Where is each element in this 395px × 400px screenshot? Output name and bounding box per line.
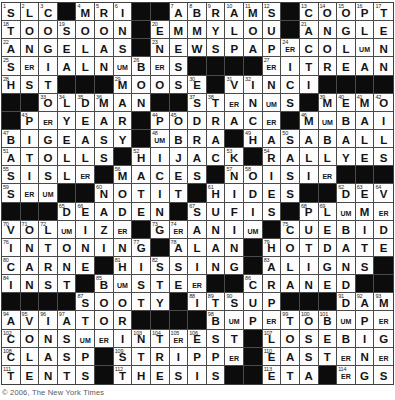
cell-r14c17[interactable]: T <box>300 239 319 257</box>
cell-r14c6[interactable]: I <box>95 239 114 257</box>
cell-r14c20[interactable]: T <box>356 239 375 257</box>
cell-r19c5[interactable]: UM <box>76 330 95 348</box>
cell-r21c17[interactable]: A <box>300 366 319 384</box>
cell-r7c3[interactable]: ER <box>39 112 58 130</box>
cell-r6c16[interactable]: S <box>281 94 300 112</box>
cell-r20c15[interactable]: 110E <box>263 348 282 366</box>
cell-r5c2[interactable]: S <box>21 76 40 94</box>
cell-r13c4[interactable]: UM <box>58 221 77 239</box>
cell-r7c12[interactable]: R <box>207 112 226 130</box>
cell-r19c19[interactable]: B <box>337 330 356 348</box>
cell-r17c8[interactable]: T <box>132 293 151 311</box>
cell-r20c19[interactable]: ER <box>337 348 356 366</box>
cell-r17c21[interactable]: 93M <box>374 293 393 311</box>
cell-r6c6[interactable]: 36M <box>95 94 114 112</box>
cell-r1c10[interactable]: 7A <box>170 3 189 21</box>
cell-r6c4[interactable]: 34L <box>58 94 77 112</box>
cell-r13c5[interactable]: I <box>76 221 95 239</box>
cell-r13c14[interactable]: UM <box>244 221 263 239</box>
cell-r9c9[interactable]: I <box>151 148 170 166</box>
cell-r11c1[interactable]: 59S <box>2 184 21 202</box>
cell-r11c10[interactable]: T <box>170 184 189 202</box>
cell-r18c12[interactable]: 98B <box>207 311 226 329</box>
cell-r17c11[interactable]: 88I <box>188 293 207 311</box>
cell-r3c18[interactable]: O <box>319 39 338 57</box>
cell-r21c4[interactable]: T <box>58 366 77 384</box>
cell-r12c18[interactable]: 69L <box>319 203 338 221</box>
cell-r6c3[interactable]: 33O <box>39 94 58 112</box>
cell-r7c14[interactable]: C <box>244 112 263 130</box>
cell-r15c1[interactable]: 80C <box>2 257 21 275</box>
cell-r5c15[interactable]: N <box>263 76 282 94</box>
cell-r14c12[interactable]: A <box>207 239 226 257</box>
cell-r11c13[interactable]: I <box>225 184 244 202</box>
cell-r20c5[interactable]: P <box>76 348 95 366</box>
cell-r4c5[interactable]: L <box>76 57 95 75</box>
cell-r15c19[interactable]: N <box>337 257 356 275</box>
cell-r18c14[interactable]: P <box>244 311 263 329</box>
cell-r11c21[interactable]: 64V <box>374 184 393 202</box>
cell-r18c15[interactable]: ER <box>263 311 282 329</box>
cell-r1c14[interactable]: 11M <box>244 3 263 21</box>
cell-r10c18[interactable]: ER <box>319 166 338 184</box>
cell-r7c9[interactable]: 44P <box>151 112 170 130</box>
cell-r21c16[interactable]: T <box>281 366 300 384</box>
cell-r19c12[interactable]: S <box>207 330 226 348</box>
cell-r5c3[interactable]: T <box>39 76 58 94</box>
cell-r14c8[interactable]: 77G <box>132 239 151 257</box>
cell-r19c18[interactable]: E <box>319 330 338 348</box>
cell-r6c21[interactable]: 42O <box>374 94 393 112</box>
cell-r19c9[interactable]: 104T <box>151 330 170 348</box>
cell-r17c14[interactable]: U <box>244 293 263 311</box>
cell-r5c16[interactable]: C <box>281 76 300 94</box>
cell-r20c10[interactable]: I <box>170 348 189 366</box>
cell-r8c1[interactable]: 47B <box>2 130 21 148</box>
cell-r10c17[interactable]: I <box>300 166 319 184</box>
cell-r9c11[interactable]: A <box>188 148 207 166</box>
cell-r8c10[interactable]: B <box>170 130 189 148</box>
cell-r19c17[interactable]: S <box>300 330 319 348</box>
cell-r8c15[interactable]: A <box>263 130 282 148</box>
cell-r20c2[interactable]: L <box>21 348 40 366</box>
cell-r19c13[interactable]: T <box>225 330 244 348</box>
cell-r2c1[interactable]: 18T <box>2 21 21 39</box>
cell-r6c15[interactable]: UM <box>263 94 282 112</box>
cell-r17c20[interactable]: 92A <box>356 293 375 311</box>
cell-r3c15[interactable]: P <box>263 39 282 57</box>
cell-r2c6[interactable]: O <box>95 21 114 39</box>
cell-r14c7[interactable]: N <box>114 239 133 257</box>
cell-r13c19[interactable]: B <box>337 221 356 239</box>
cell-r3c11[interactable]: W <box>188 39 207 57</box>
cell-r21c1[interactable]: 111T <box>2 366 21 384</box>
cell-r10c1[interactable]: 55S <box>2 166 21 184</box>
cell-r12c9[interactable]: N <box>151 203 170 221</box>
cell-r19c21[interactable]: G <box>374 330 393 348</box>
cell-r7c18[interactable]: UM <box>319 112 338 130</box>
cell-r3c3[interactable]: G <box>39 39 58 57</box>
cell-r15c12[interactable]: N <box>207 257 226 275</box>
cell-r9c17[interactable]: L <box>300 148 319 166</box>
cell-r9c5[interactable]: L <box>76 148 95 166</box>
cell-r4c9[interactable]: ER <box>151 57 170 75</box>
cell-r7c5[interactable]: E <box>76 112 95 130</box>
cell-r3c4[interactable]: E <box>58 39 77 57</box>
cell-r8c20[interactable]: L <box>356 130 375 148</box>
cell-r3c13[interactable]: P <box>225 39 244 57</box>
cell-r16c1[interactable]: 84I <box>2 275 21 293</box>
cell-r3c12[interactable]: S <box>207 39 226 57</box>
cell-r13c21[interactable]: D <box>374 221 393 239</box>
cell-r18c6[interactable]: O <box>95 311 114 329</box>
cell-r9c16[interactable]: A <box>281 148 300 166</box>
cell-r1c1[interactable]: 1S <box>2 3 21 21</box>
cell-r14c11[interactable]: L <box>188 239 207 257</box>
cell-r3c10[interactable]: E <box>170 39 189 57</box>
cell-r15c10[interactable]: S <box>170 257 189 275</box>
cell-r14c21[interactable]: E <box>374 239 393 257</box>
cell-r11c2[interactable]: ER <box>21 184 40 202</box>
cell-r5c8[interactable]: O <box>132 76 151 94</box>
cell-r6c18[interactable]: 39M <box>319 94 338 112</box>
cell-r9c18[interactable]: L <box>319 148 338 166</box>
cell-r20c20[interactable]: N <box>356 348 375 366</box>
cell-r17c12[interactable]: 89T <box>207 293 226 311</box>
cell-r2c20[interactable]: L <box>356 21 375 39</box>
cell-r7c10[interactable]: 45O <box>170 112 189 130</box>
cell-r8c16[interactable]: 50S <box>281 130 300 148</box>
cell-r13c2[interactable]: 71O <box>21 221 40 239</box>
cell-r12c21[interactable]: ER <box>374 203 393 221</box>
cell-r10c8[interactable]: A <box>132 166 151 184</box>
cell-r15c2[interactable]: A <box>21 257 40 275</box>
cell-r9c12[interactable]: C <box>207 148 226 166</box>
cell-r4c1[interactable]: 25S <box>2 57 21 75</box>
cell-r8c17[interactable]: A <box>300 130 319 148</box>
cell-r1c11[interactable]: 8B <box>188 3 207 21</box>
cell-r7c19[interactable]: B <box>337 112 356 130</box>
cell-r13c9[interactable]: 73G <box>151 221 170 239</box>
cell-r1c19[interactable]: 15O <box>337 3 356 21</box>
cell-r12c17[interactable]: 68P <box>300 203 319 221</box>
cell-r7c20[interactable]: A <box>356 112 375 130</box>
cell-r9c15[interactable]: 54R <box>263 148 282 166</box>
cell-r2c2[interactable]: O <box>21 21 40 39</box>
cell-r14c10[interactable]: 78A <box>170 239 189 257</box>
cell-r9c10[interactable]: J <box>170 148 189 166</box>
cell-r18c17[interactable]: 100O <box>300 311 319 329</box>
cell-r5c17[interactable]: I <box>300 76 319 94</box>
cell-r6c14[interactable]: N <box>244 94 263 112</box>
cell-r5c14[interactable]: 32I <box>244 76 263 94</box>
cell-r4c18[interactable]: R <box>319 57 338 75</box>
cell-r14c3[interactable]: T <box>39 239 58 257</box>
cell-r21c3[interactable]: N <box>39 366 58 384</box>
cell-r10c13[interactable]: 57N <box>225 166 244 184</box>
cell-r19c7[interactable]: I <box>114 330 133 348</box>
cell-r9c8[interactable]: 52H <box>132 148 151 166</box>
cell-r20c12[interactable]: P <box>207 348 226 366</box>
cell-r6c7[interactable]: A <box>114 94 133 112</box>
cell-r9c2[interactable]: T <box>21 148 40 166</box>
cell-r18c1[interactable]: 94A <box>2 311 21 329</box>
cell-r15c11[interactable]: I <box>188 257 207 275</box>
cell-r18c13[interactable]: UM <box>225 311 244 329</box>
cell-r15c4[interactable]: N <box>58 257 77 275</box>
cell-r19c3[interactable]: N <box>39 330 58 348</box>
cell-r10c14[interactable]: 58O <box>244 166 263 184</box>
cell-r5c10[interactable]: S <box>170 76 189 94</box>
cell-r14c16[interactable]: O <box>281 239 300 257</box>
cell-r21c15[interactable]: 113E <box>263 366 282 384</box>
cell-r13c6[interactable]: Z <box>95 221 114 239</box>
cell-r4c17[interactable]: T <box>300 57 319 75</box>
cell-r19c10[interactable]: 105ER <box>170 330 189 348</box>
cell-r1c6[interactable]: 5R <box>95 3 114 21</box>
cell-r2c7[interactable]: N <box>114 21 133 39</box>
cell-r14c18[interactable]: D <box>319 239 338 257</box>
cell-r9c21[interactable]: S <box>374 148 393 166</box>
cell-r4c6[interactable]: N <box>95 57 114 75</box>
cell-r4c8[interactable]: 26B <box>132 57 151 75</box>
cell-r6c13[interactable]: ER <box>225 94 244 112</box>
cell-r9c19[interactable]: Y <box>337 148 356 166</box>
cell-r15c9[interactable]: 82S <box>151 257 170 275</box>
cell-r6c20[interactable]: 41M <box>356 94 375 112</box>
cell-r13c11[interactable]: A <box>188 221 207 239</box>
cell-r2c18[interactable]: N <box>319 21 338 39</box>
cell-r13c18[interactable]: E <box>319 221 338 239</box>
cell-r8c7[interactable]: Y <box>114 130 133 148</box>
cell-r10c4[interactable]: L <box>58 166 77 184</box>
cell-r11c6[interactable]: 60N <box>95 184 114 202</box>
cell-r18c4[interactable]: 97A <box>58 311 77 329</box>
cell-r13c20[interactable]: I <box>356 221 375 239</box>
cell-r3c7[interactable]: S <box>114 39 133 57</box>
cell-r12c6[interactable]: A <box>95 203 114 221</box>
cell-r9c20[interactable]: E <box>356 148 375 166</box>
cell-r21c9[interactable]: E <box>151 366 170 384</box>
cell-r14c2[interactable]: N <box>21 239 40 257</box>
cell-r4c15[interactable]: 27ER <box>263 57 282 75</box>
cell-r15c3[interactable]: R <box>39 257 58 275</box>
cell-r7c13[interactable]: A <box>225 112 244 130</box>
cell-r9c4[interactable]: L <box>58 148 77 166</box>
cell-r10c10[interactable]: E <box>170 166 189 184</box>
cell-r19c6[interactable]: ER <box>95 330 114 348</box>
cell-r16c6[interactable]: 85B <box>95 275 114 293</box>
cell-r1c18[interactable]: 14O <box>319 3 338 21</box>
cell-r8c4[interactable]: E <box>58 130 77 148</box>
cell-r15c17[interactable]: I <box>300 257 319 275</box>
cell-r13c16[interactable]: 75C <box>281 221 300 239</box>
cell-r12c7[interactable]: D <box>114 203 133 221</box>
cell-r11c9[interactable]: I <box>151 184 170 202</box>
cell-r10c5[interactable]: ER <box>76 166 95 184</box>
cell-r10c2[interactable]: I <box>21 166 40 184</box>
cell-r18c3[interactable]: 96I <box>39 311 58 329</box>
cell-r2c5[interactable]: O <box>76 21 95 39</box>
cell-r20c11[interactable]: P <box>188 348 207 366</box>
cell-r2c12[interactable]: Y <box>207 21 226 39</box>
cell-r20c21[interactable]: ER <box>374 348 393 366</box>
cell-r18c7[interactable]: R <box>114 311 133 329</box>
cell-r12c14[interactable]: I <box>244 203 263 221</box>
cell-r11c8[interactable]: T <box>132 184 151 202</box>
cell-r15c5[interactable]: E <box>76 257 95 275</box>
cell-r21c21[interactable]: S <box>374 366 393 384</box>
cell-r14c5[interactable]: N <box>76 239 95 257</box>
cell-r6c5[interactable]: 35D <box>76 94 95 112</box>
cell-r16c2[interactable]: N <box>21 275 40 293</box>
cell-r18c21[interactable]: ER <box>374 311 393 329</box>
cell-r12c20[interactable]: M <box>356 203 375 221</box>
cell-r8c21[interactable]: L <box>374 130 393 148</box>
cell-r7c21[interactable]: I <box>374 112 393 130</box>
cell-r15c20[interactable]: S <box>356 257 375 275</box>
cell-r14c15[interactable]: 79H <box>263 239 282 257</box>
cell-r21c8[interactable]: H <box>132 366 151 384</box>
cell-r12c11[interactable]: 67S <box>188 203 207 221</box>
cell-r19c11[interactable]: 106E <box>188 330 207 348</box>
cell-r17c7[interactable]: O <box>114 293 133 311</box>
cell-r20c18[interactable]: T <box>319 348 338 366</box>
cell-r16c18[interactable]: E <box>319 275 338 293</box>
cell-r4c2[interactable]: ER <box>21 57 40 75</box>
cell-r1c17[interactable]: 13C <box>300 3 319 21</box>
cell-r12c4[interactable]: 65D <box>58 203 77 221</box>
cell-r5c11[interactable]: 30E <box>188 76 207 94</box>
cell-r2c11[interactable]: M <box>188 21 207 39</box>
cell-r11c7[interactable]: O <box>114 184 133 202</box>
cell-r4c16[interactable]: I <box>281 57 300 75</box>
cell-r16c17[interactable]: N <box>300 275 319 293</box>
cell-r9c13[interactable]: 53K <box>225 148 244 166</box>
cell-r12c8[interactable]: E <box>132 203 151 221</box>
cell-r15c15[interactable]: 83A <box>263 257 282 275</box>
cell-r1c13[interactable]: 10A <box>225 3 244 21</box>
cell-r10c7[interactable]: 56M <box>114 166 133 184</box>
cell-r16c14[interactable]: 86C <box>244 275 263 293</box>
cell-r19c16[interactable]: O <box>281 330 300 348</box>
cell-r1c2[interactable]: 2L <box>21 3 40 21</box>
cell-r21c2[interactable]: E <box>21 366 40 384</box>
cell-r7c4[interactable]: Y <box>58 112 77 130</box>
cell-r18c5[interactable]: T <box>76 311 95 329</box>
cell-r9c6[interactable]: S <box>95 148 114 166</box>
cell-r4c7[interactable]: UM <box>114 57 133 75</box>
cell-r19c2[interactable]: O <box>21 330 40 348</box>
cell-r2c14[interactable]: O <box>244 21 263 39</box>
cell-r11c12[interactable]: 61H <box>207 184 226 202</box>
cell-r21c7[interactable]: 112T <box>114 366 133 384</box>
cell-r16c15[interactable]: R <box>263 275 282 293</box>
cell-r2c15[interactable]: U <box>263 21 282 39</box>
cell-r4c21[interactable]: N <box>374 57 393 75</box>
cell-r12c12[interactable]: U <box>207 203 226 221</box>
cell-r2c19[interactable]: G <box>337 21 356 39</box>
cell-r2c17[interactable]: 21A <box>300 21 319 39</box>
cell-r7c17[interactable]: 46M <box>300 112 319 130</box>
cell-r12c5[interactable]: 66E <box>76 203 95 221</box>
cell-r10c9[interactable]: C <box>151 166 170 184</box>
cell-r12c15[interactable]: S <box>263 203 282 221</box>
cell-r4c4[interactable]: A <box>58 57 77 75</box>
cell-r17c13[interactable]: 90S <box>225 293 244 311</box>
cell-r20c17[interactable]: S <box>300 348 319 366</box>
cell-r13c1[interactable]: 70V <box>2 221 21 239</box>
cell-r17c9[interactable]: Y <box>151 293 170 311</box>
cell-r6c8[interactable]: N <box>132 94 151 112</box>
cell-r9c1[interactable]: 51A <box>2 148 21 166</box>
cell-r4c10[interactable]: S <box>170 57 189 75</box>
cell-r21c12[interactable]: S <box>207 366 226 384</box>
cell-r20c13[interactable]: ER <box>225 348 244 366</box>
cell-r17c6[interactable]: O <box>95 293 114 311</box>
cell-r16c19[interactable]: D <box>337 275 356 293</box>
cell-r18c18[interactable]: 101B <box>319 311 338 329</box>
cell-r6c12[interactable]: 38T <box>207 94 226 112</box>
cell-r19c8[interactable]: 103N <box>132 330 151 348</box>
cell-r3c21[interactable]: N <box>374 39 393 57</box>
cell-r13c13[interactable]: I <box>225 221 244 239</box>
cell-r21c10[interactable]: S <box>170 366 189 384</box>
cell-r13c17[interactable]: U <box>300 221 319 239</box>
cell-r15c7[interactable]: 81H <box>114 257 133 275</box>
cell-r8c12[interactable]: A <box>207 130 226 148</box>
cell-r5c7[interactable]: 29M <box>114 76 133 94</box>
cell-r8c18[interactable]: B <box>319 130 338 148</box>
cell-r21c20[interactable]: G <box>356 366 375 384</box>
cell-r8c3[interactable]: G <box>39 130 58 148</box>
cell-r8c11[interactable]: R <box>188 130 207 148</box>
cell-r13c3[interactable]: 72L <box>39 221 58 239</box>
cell-r20c9[interactable]: R <box>151 348 170 366</box>
cell-r5c9[interactable]: O <box>151 76 170 94</box>
cell-r8c6[interactable]: S <box>95 130 114 148</box>
cell-r15c18[interactable]: G <box>319 257 338 275</box>
cell-r17c5[interactable]: 87S <box>76 293 95 311</box>
cell-r11c3[interactable]: UM <box>39 184 58 202</box>
cell-r14c4[interactable]: O <box>58 239 77 257</box>
cell-r1c3[interactable]: 3C <box>39 3 58 21</box>
cell-r15c13[interactable]: G <box>225 257 244 275</box>
cell-r13c12[interactable]: N <box>207 221 226 239</box>
cell-r20c3[interactable]: A <box>39 348 58 366</box>
cell-r17c19[interactable]: 91D <box>337 293 356 311</box>
cell-r16c11[interactable]: ER <box>188 275 207 293</box>
cell-r10c15[interactable]: I <box>263 166 282 184</box>
cell-r10c11[interactable]: S <box>188 166 207 184</box>
cell-r3c16[interactable]: 24ER <box>281 39 300 57</box>
cell-r7c11[interactable]: D <box>188 112 207 130</box>
cell-r21c5[interactable]: S <box>76 366 95 384</box>
cell-r8c14[interactable]: 49H <box>244 130 263 148</box>
cell-r7c7[interactable]: R <box>114 112 133 130</box>
cell-r1c21[interactable]: 17T <box>374 3 393 21</box>
cell-r12c19[interactable]: UM <box>337 203 356 221</box>
cell-r2c21[interactable]: E <box>374 21 393 39</box>
cell-r21c11[interactable]: I <box>188 366 207 384</box>
cell-r3c9[interactable]: 23N <box>151 39 170 57</box>
cell-r10c3[interactable]: S <box>39 166 58 184</box>
cell-r18c19[interactable]: UM <box>337 311 356 329</box>
cell-r11c16[interactable]: S <box>281 184 300 202</box>
cell-r4c3[interactable]: I <box>39 57 58 75</box>
cell-r1c20[interactable]: 16P <box>356 3 375 21</box>
cell-r9c3[interactable]: O <box>39 148 58 166</box>
